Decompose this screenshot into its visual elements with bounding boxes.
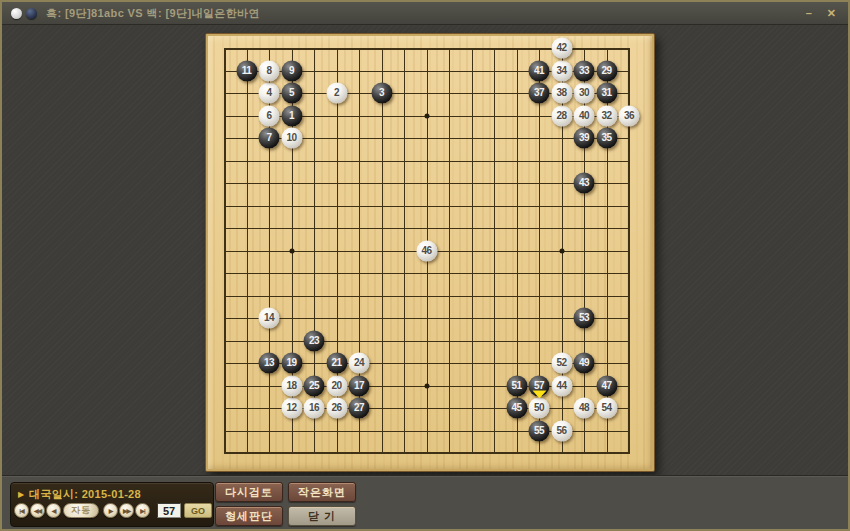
- game-info-panel: ▶ 대국일시: 2015-01-28 |◀◀◀◀자동▶▶▶▶| GO: [10, 482, 214, 527]
- move-number: 47: [601, 379, 611, 390]
- move-number: 20: [331, 379, 341, 390]
- star-point: [559, 248, 564, 253]
- stone-white-50: 50: [529, 398, 550, 419]
- nav-last-button[interactable]: ▶|: [135, 503, 150, 518]
- stone-black-9: 9: [281, 60, 302, 81]
- small-screen-button[interactable]: 작은화면: [288, 482, 356, 502]
- stone-white-18: 18: [281, 375, 302, 396]
- move-number: 54: [601, 402, 611, 413]
- move-number: 9: [289, 64, 294, 75]
- move-number: 7: [266, 132, 271, 143]
- stone-white-28: 28: [551, 105, 572, 126]
- close-button[interactable]: 닫 기: [288, 506, 356, 526]
- stone-white-38: 38: [551, 83, 572, 104]
- stone-black-31: 31: [596, 83, 617, 104]
- move-number: 49: [579, 357, 589, 368]
- move-number: 36: [624, 109, 634, 120]
- stone-black-11: 11: [236, 60, 257, 81]
- move-number: 34: [556, 64, 566, 75]
- action-buttons: 다시검토작은화면형세판단닫 기: [215, 482, 356, 526]
- stone-black-43: 43: [574, 173, 595, 194]
- stone-black-35: 35: [596, 128, 617, 149]
- move-number: 10: [286, 132, 296, 143]
- move-number: 53: [579, 312, 589, 323]
- move-number: 17: [354, 379, 364, 390]
- move-number: 24: [354, 357, 364, 368]
- move-number: 45: [511, 402, 521, 413]
- stone-black-5: 5: [281, 83, 302, 104]
- stone-black-21: 21: [326, 353, 347, 374]
- move-number: 19: [286, 357, 296, 368]
- grid-line-h: [224, 341, 630, 342]
- star-point: [424, 383, 429, 388]
- move-number: 51: [511, 379, 521, 390]
- grid-line-h: [224, 273, 630, 274]
- black-stone-indicator-icon: [26, 8, 37, 19]
- grid-line-v: [449, 48, 450, 454]
- move-number: 35: [601, 132, 611, 143]
- stone-white-24: 24: [349, 353, 370, 374]
- move-number: 29: [601, 64, 611, 75]
- nav-fast-forward-button[interactable]: ▶▶: [119, 503, 134, 518]
- stone-black-49: 49: [574, 353, 595, 374]
- move-number: 38: [556, 87, 566, 98]
- move-number: 32: [601, 109, 611, 120]
- nav-auto-button[interactable]: 자동: [63, 503, 99, 518]
- stone-white-10: 10: [281, 128, 302, 149]
- star-point: [424, 113, 429, 118]
- game-date-label: 대국일시: 2015-01-28: [29, 487, 141, 502]
- stone-white-12: 12: [281, 398, 302, 419]
- move-number: 41: [534, 64, 544, 75]
- move-number: 26: [331, 402, 341, 413]
- close-icon[interactable]: ✕: [827, 7, 836, 20]
- stone-white-32: 32: [596, 105, 617, 126]
- stone-black-27: 27: [349, 398, 370, 419]
- stone-white-46: 46: [416, 240, 437, 261]
- minimize-icon[interactable]: –: [806, 7, 812, 19]
- stone-black-45: 45: [506, 398, 527, 419]
- stone-black-1: 1: [281, 105, 302, 126]
- bottom-bar: ▶ 대국일시: 2015-01-28 |◀◀◀◀자동▶▶▶▶| GO 다시검토작…: [2, 475, 848, 529]
- stone-black-19: 19: [281, 353, 302, 374]
- move-number: 50: [534, 402, 544, 413]
- move-number: 42: [556, 42, 566, 53]
- stone-black-51: 51: [506, 375, 527, 396]
- stone-black-33: 33: [574, 60, 595, 81]
- move-number: 31: [601, 87, 611, 98]
- stone-white-44: 44: [551, 375, 572, 396]
- stone-white-14: 14: [259, 308, 280, 329]
- nav-first-button[interactable]: |◀: [14, 503, 29, 518]
- stone-black-29: 29: [596, 60, 617, 81]
- move-number-input[interactable]: [157, 503, 181, 518]
- move-number: 1: [289, 109, 294, 120]
- grid-line-h: [224, 318, 630, 319]
- go-button[interactable]: GO: [184, 503, 212, 518]
- move-number: 37: [534, 87, 544, 98]
- move-number: 46: [421, 244, 431, 255]
- move-number: 2: [334, 87, 339, 98]
- stone-black-55: 55: [529, 420, 550, 441]
- stone-black-23: 23: [304, 330, 325, 351]
- move-number: 12: [286, 402, 296, 413]
- last-move-marker: [532, 390, 546, 398]
- move-number: 13: [264, 357, 274, 368]
- move-number: 25: [309, 379, 319, 390]
- stone-white-36: 36: [619, 105, 640, 126]
- stone-white-48: 48: [574, 398, 595, 419]
- move-number: 3: [379, 87, 384, 98]
- move-number: 18: [286, 379, 296, 390]
- stone-white-6: 6: [259, 105, 280, 126]
- stone-white-34: 34: [551, 60, 572, 81]
- stone-white-8: 8: [259, 60, 280, 81]
- move-number: 8: [266, 64, 271, 75]
- white-stone-indicator-icon: [11, 8, 22, 19]
- stone-white-2: 2: [326, 83, 347, 104]
- move-number: 11: [242, 64, 252, 75]
- stone-white-56: 56: [551, 420, 572, 441]
- grid-line-h: [224, 452, 630, 454]
- stone-white-20: 20: [326, 375, 347, 396]
- stone-white-26: 26: [326, 398, 347, 419]
- move-number: 44: [556, 379, 566, 390]
- move-number: 23: [309, 334, 319, 345]
- go-client-window: 흑: [9단]81abc VS 백: [9단]내일은한바연 – ✕ 123456…: [0, 0, 850, 531]
- move-number: 52: [556, 357, 566, 368]
- stone-white-4: 4: [259, 83, 280, 104]
- grid-line-h: [224, 296, 630, 297]
- go-board[interactable]: 1234567891011121314161718192021232425262…: [205, 33, 655, 472]
- move-number: 48: [579, 402, 589, 413]
- stone-black-17: 17: [349, 375, 370, 396]
- grid-line-v: [494, 48, 495, 454]
- review-again-button[interactable]: 다시검토: [215, 482, 283, 502]
- nav-forward-button[interactable]: ▶: [103, 503, 118, 518]
- position-judgement-button[interactable]: 형세판단: [215, 506, 283, 526]
- move-number: 16: [309, 402, 319, 413]
- stone-white-40: 40: [574, 105, 595, 126]
- title-bar: 흑: [9단]81abc VS 백: [9단]내일은한바연 – ✕: [2, 2, 848, 25]
- move-number: 57: [534, 379, 544, 390]
- stone-black-53: 53: [574, 308, 595, 329]
- move-number: 6: [266, 109, 271, 120]
- move-number: 30: [579, 87, 589, 98]
- stone-white-30: 30: [574, 83, 595, 104]
- window-controls: – ✕: [806, 2, 836, 24]
- grid-line-v: [472, 48, 473, 454]
- stone-black-37: 37: [529, 83, 550, 104]
- stone-white-52: 52: [551, 353, 572, 374]
- window-title: 흑: [9단]81abc VS 백: [9단]내일은한바연: [46, 6, 260, 21]
- move-number: 27: [354, 402, 364, 413]
- move-number: 21: [331, 357, 341, 368]
- move-number: 56: [556, 424, 566, 435]
- stone-black-57: 57: [529, 375, 550, 396]
- move-number: 40: [579, 109, 589, 120]
- stone-black-25: 25: [304, 375, 325, 396]
- stone-black-39: 39: [574, 128, 595, 149]
- move-number: 14: [264, 312, 274, 323]
- move-number: 55: [534, 424, 544, 435]
- stone-white-42: 42: [551, 38, 572, 59]
- move-number: 5: [289, 87, 294, 98]
- go-grid[interactable]: 1234567891011121314161718192021232425262…: [224, 48, 630, 454]
- nav-rewind-button[interactable]: ◀◀: [30, 503, 45, 518]
- stone-white-16: 16: [304, 398, 325, 419]
- move-number: 43: [579, 177, 589, 188]
- stone-black-47: 47: [596, 375, 617, 396]
- game-date-row: ▶ 대국일시: 2015-01-28: [18, 487, 141, 502]
- move-number: 39: [579, 132, 589, 143]
- stone-white-54: 54: [596, 398, 617, 419]
- star-point: [289, 248, 294, 253]
- stone-black-3: 3: [371, 83, 392, 104]
- move-number: 28: [556, 109, 566, 120]
- stone-black-41: 41: [529, 60, 550, 81]
- move-number: 4: [266, 87, 271, 98]
- stone-black-13: 13: [259, 353, 280, 374]
- move-number: 33: [579, 64, 589, 75]
- arrow-icon: ▶: [18, 491, 24, 499]
- nav-back-button[interactable]: ◀: [46, 503, 61, 518]
- stone-black-7: 7: [259, 128, 280, 149]
